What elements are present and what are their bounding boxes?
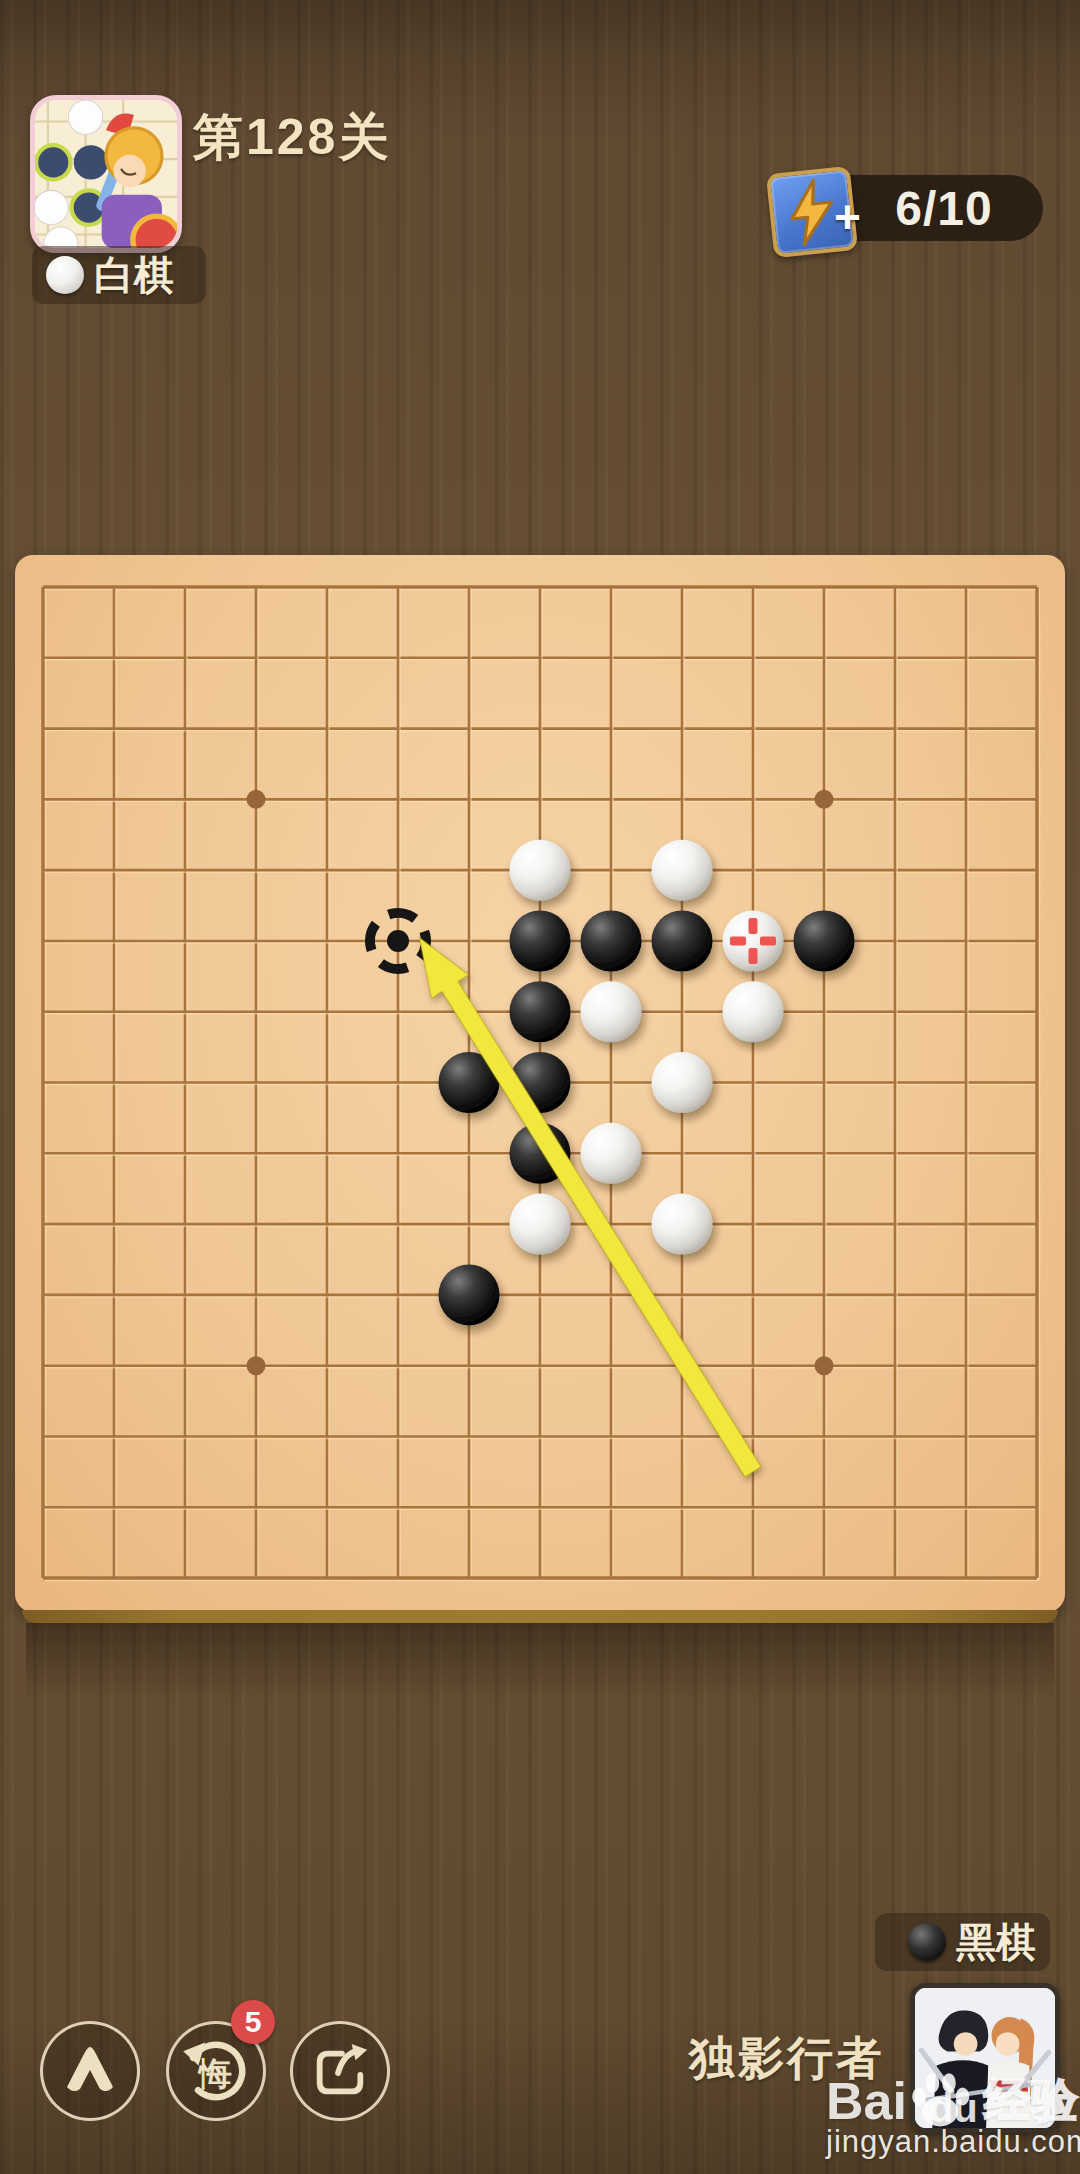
- stone-black: [581, 910, 642, 971]
- undo-label: 悔: [199, 2052, 232, 2097]
- share-button[interactable]: [290, 2021, 390, 2121]
- menu-arrow-icon: [58, 2039, 122, 2103]
- baidu-paw-icon: [907, 2070, 973, 2132]
- board-edge: [22, 1610, 1058, 1623]
- stone-white: [652, 840, 713, 901]
- stone-white: [510, 1194, 571, 1255]
- app-icon-art: [35, 100, 177, 248]
- stone-black: [510, 981, 571, 1042]
- watermark-bai: Bai: [826, 2071, 907, 2131]
- opponent-side-chip: 黑棋: [875, 1913, 1050, 1971]
- energy-count: 6/10: [865, 181, 992, 236]
- stone-white: [652, 1052, 713, 1113]
- watermark-logo: Bai du 经验: [826, 2070, 1080, 2132]
- undo-count-badge: 5: [231, 2000, 275, 2044]
- stone-black: [652, 910, 713, 971]
- black-stone-icon: [908, 1923, 946, 1961]
- board-svg[interactable]: [15, 555, 1065, 1612]
- stone-white: [652, 1194, 713, 1255]
- stone-black: [794, 910, 855, 971]
- stone-white: [581, 1123, 642, 1184]
- player-side-chip: 白棋: [32, 246, 206, 304]
- level-app-icon: [30, 95, 182, 253]
- board-drop-shadow: [26, 1623, 1054, 1701]
- stone-black: [510, 910, 571, 971]
- stone-black: [439, 1264, 500, 1325]
- watermark-domain: jingyan.baidu.com: [826, 2124, 1080, 2160]
- game-screen: 第128关 白棋 6/10 + 黑棋 独影行者: [0, 0, 1080, 2174]
- opponent-side-label: 黑棋: [956, 1915, 1036, 1970]
- stone-white: [581, 981, 642, 1042]
- share-icon: [309, 2040, 371, 2102]
- player-side-label: 白棋: [94, 248, 174, 303]
- energy-add-plus[interactable]: +: [834, 190, 861, 244]
- watermark-jingyan: 经验: [984, 2070, 1080, 2132]
- menu-button[interactable]: [40, 2021, 140, 2121]
- level-title: 第128关: [193, 104, 391, 171]
- white-stone-icon: [46, 256, 84, 294]
- stone-white: [510, 840, 571, 901]
- stone-white: [723, 981, 784, 1042]
- gomoku-board[interactable]: [15, 555, 1065, 1612]
